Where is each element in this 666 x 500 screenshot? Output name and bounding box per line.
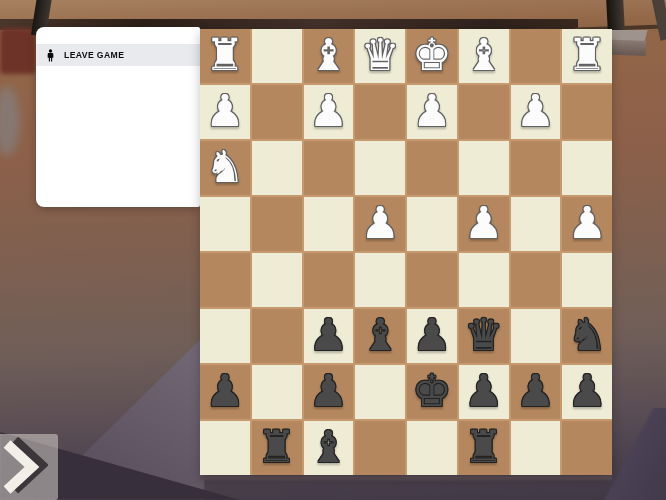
- black-pawn[interactable]: ♟: [464, 369, 503, 413]
- square-e3[interactable]: [407, 141, 457, 195]
- square-d1[interactable]: ♛: [355, 29, 405, 83]
- square-e4[interactable]: [407, 197, 457, 251]
- square-c5[interactable]: [304, 253, 354, 307]
- square-a7[interactable]: ♟: [200, 365, 250, 419]
- white-pawn[interactable]: ♟: [516, 89, 555, 133]
- square-a4[interactable]: [200, 197, 250, 251]
- square-b5[interactable]: [252, 253, 302, 307]
- square-g5[interactable]: [511, 253, 561, 307]
- square-h2[interactable]: [562, 85, 612, 139]
- square-h4[interactable]: ♟: [562, 197, 612, 251]
- square-h1[interactable]: ♜: [562, 29, 612, 83]
- square-h8[interactable]: [562, 421, 612, 475]
- square-e6[interactable]: ♟: [407, 309, 457, 363]
- white-queen[interactable]: ♛: [360, 33, 399, 77]
- white-rook[interactable]: ♜: [567, 33, 606, 77]
- square-f1[interactable]: ♝: [459, 29, 509, 83]
- black-knight[interactable]: ♞: [567, 313, 606, 357]
- red-bench-fragment: [0, 28, 36, 74]
- square-e1[interactable]: ♚: [407, 29, 457, 83]
- chevron-right-icon: [0, 437, 48, 497]
- board-edge-shadow: [200, 475, 612, 480]
- square-c8[interactable]: ♝: [304, 421, 354, 475]
- square-a1[interactable]: ♜: [200, 29, 250, 83]
- square-b4[interactable]: [252, 197, 302, 251]
- black-pawn[interactable]: ♟: [516, 369, 555, 413]
- black-rook[interactable]: ♜: [257, 425, 296, 469]
- square-e5[interactable]: [407, 253, 457, 307]
- chess-board: ♜♝♛♚♝♜♟♟♟♟♞♟♟♟♟♝♟♛♞♟♟♚♟♟♟♜♝♜: [200, 29, 612, 475]
- square-b3[interactable]: [252, 141, 302, 195]
- white-knight[interactable]: ♞: [205, 145, 244, 189]
- square-d6[interactable]: ♝: [355, 309, 405, 363]
- white-pawn[interactable]: ♟: [412, 89, 451, 133]
- square-b6[interactable]: [252, 309, 302, 363]
- white-pawn[interactable]: ♟: [205, 89, 244, 133]
- square-g2[interactable]: ♟: [511, 85, 561, 139]
- square-a2[interactable]: ♟: [200, 85, 250, 139]
- square-h5[interactable]: [562, 253, 612, 307]
- white-bishop[interactable]: ♝: [309, 33, 348, 77]
- black-rook[interactable]: ♜: [464, 425, 503, 469]
- white-pawn[interactable]: ♟: [360, 201, 399, 245]
- white-pawn[interactable]: ♟: [464, 201, 503, 245]
- square-f2[interactable]: [459, 85, 509, 139]
- leave-game-button[interactable]: LEAVE GAME: [36, 44, 200, 66]
- black-queen[interactable]: ♛: [464, 313, 503, 357]
- square-f5[interactable]: [459, 253, 509, 307]
- white-bishop[interactable]: ♝: [464, 33, 503, 77]
- square-b1[interactable]: [252, 29, 302, 83]
- square-e2[interactable]: ♟: [407, 85, 457, 139]
- square-b8[interactable]: ♜: [252, 421, 302, 475]
- square-g8[interactable]: [511, 421, 561, 475]
- square-d5[interactable]: [355, 253, 405, 307]
- square-h7[interactable]: ♟: [562, 365, 612, 419]
- game-menu-panel: LEAVE GAME: [36, 27, 200, 207]
- square-d8[interactable]: [355, 421, 405, 475]
- square-f3[interactable]: [459, 141, 509, 195]
- black-pawn[interactable]: ♟: [309, 369, 348, 413]
- square-f7[interactable]: ♟: [459, 365, 509, 419]
- square-f4[interactable]: ♟: [459, 197, 509, 251]
- square-a6[interactable]: [200, 309, 250, 363]
- white-king[interactable]: ♚: [412, 33, 451, 77]
- square-c2[interactable]: ♟: [304, 85, 354, 139]
- square-g4[interactable]: [511, 197, 561, 251]
- square-d7[interactable]: [355, 365, 405, 419]
- game-scene: LEAVE GAME ♜♝♛♚♝♜♟♟♟♟♞♟♟♟♟♝♟♛♞♟♟♚♟♟♟♜♝♜: [0, 0, 666, 500]
- square-g7[interactable]: ♟: [511, 365, 561, 419]
- black-bishop[interactable]: ♝: [360, 313, 399, 357]
- square-e8[interactable]: [407, 421, 457, 475]
- white-pawn[interactable]: ♟: [567, 201, 606, 245]
- square-c4[interactable]: [304, 197, 354, 251]
- black-pawn[interactable]: ♟: [205, 369, 244, 413]
- person-icon: [44, 49, 57, 62]
- square-a5[interactable]: [200, 253, 250, 307]
- square-h3[interactable]: [562, 141, 612, 195]
- white-rook[interactable]: ♜: [205, 33, 244, 77]
- square-g3[interactable]: [511, 141, 561, 195]
- square-d4[interactable]: ♟: [355, 197, 405, 251]
- square-c1[interactable]: ♝: [304, 29, 354, 83]
- square-a8[interactable]: [200, 421, 250, 475]
- black-pawn[interactable]: ♟: [412, 313, 451, 357]
- square-e7[interactable]: ♚: [407, 365, 457, 419]
- square-c7[interactable]: ♟: [304, 365, 354, 419]
- black-pawn[interactable]: ♟: [309, 313, 348, 357]
- square-g1[interactable]: [511, 29, 561, 83]
- black-bishop[interactable]: ♝: [309, 425, 348, 469]
- square-c6[interactable]: ♟: [304, 309, 354, 363]
- square-h6[interactable]: ♞: [562, 309, 612, 363]
- leave-game-label: LEAVE GAME: [64, 50, 124, 60]
- square-c3[interactable]: [304, 141, 354, 195]
- black-king[interactable]: ♚: [412, 369, 451, 413]
- white-pawn[interactable]: ♟: [309, 89, 348, 133]
- square-f6[interactable]: ♛: [459, 309, 509, 363]
- square-d3[interactable]: [355, 141, 405, 195]
- square-b7[interactable]: [252, 365, 302, 419]
- square-d2[interactable]: [355, 85, 405, 139]
- expand-arrow-button[interactable]: [0, 434, 58, 500]
- black-pawn[interactable]: ♟: [567, 369, 606, 413]
- square-b2[interactable]: [252, 85, 302, 139]
- square-g6[interactable]: [511, 309, 561, 363]
- square-f8[interactable]: ♜: [459, 421, 509, 475]
- square-a3[interactable]: ♞: [200, 141, 250, 195]
